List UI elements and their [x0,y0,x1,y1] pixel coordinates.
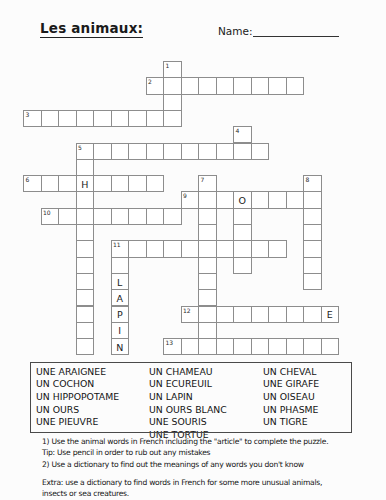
crossword-cell[interactable] [286,191,305,208]
word-bank-column: UN CHEVALUNE GIRAFEUN OISEAUUN PHASMEUN … [263,366,319,430]
instruction-line: 1) Use the animal words in French includ… [42,436,372,447]
crossword-cell[interactable]: 9 [181,191,200,208]
crossword-cell[interactable] [233,306,252,323]
crossword-cell[interactable] [181,143,200,160]
word-bank-item: UNE GIRAFE [263,378,319,391]
crossword-cell[interactable] [233,338,252,355]
clue-number: 6 [26,176,30,183]
crossword-cell[interactable] [76,273,95,290]
crossword-cell[interactable] [163,208,182,225]
crossword-cell[interactable] [111,143,130,160]
crossword-cell: O [233,191,252,208]
crossword-cell[interactable]: 6 [23,175,42,192]
crossword-cell[interactable] [233,208,252,225]
word-bank-item: UN PHASME [263,404,319,417]
crossword-cell[interactable]: 4 [233,126,252,143]
given-letter: A [112,291,129,305]
crossword-grid: 123456H789O1011LAP12EIN13 [23,61,340,356]
crossword-cell[interactable] [181,338,200,355]
crossword-cell[interactable] [198,143,217,160]
crossword-cell[interactable] [76,257,95,274]
crossword-cell[interactable] [216,191,235,208]
word-bank-item: UN OURS BLANC [149,404,227,417]
crossword-cell[interactable] [251,143,270,160]
crossword-cell[interactable] [303,257,322,274]
crossword-cell[interactable] [198,306,217,323]
word-bank-item: UN COCHON [36,378,119,391]
given-letter: N [112,340,129,354]
crossword-cell[interactable] [181,77,200,94]
crossword-cell[interactable] [41,175,60,192]
crossword-cell[interactable] [268,77,287,94]
crossword-cell[interactable]: 10 [41,208,60,225]
given-letter: I [112,324,129,338]
crossword-cell[interactable] [251,240,270,257]
crossword-cell[interactable] [198,257,217,274]
crossword-cell[interactable] [163,94,182,111]
crossword-cell[interactable] [216,240,235,257]
crossword-cell[interactable] [233,224,252,241]
given-letter: E [322,308,339,322]
crossword-cell[interactable]: 11 [111,240,130,257]
crossword-cell[interactable] [93,143,112,160]
crossword-cell[interactable] [93,175,112,192]
crossword-cell[interactable] [111,257,130,274]
crossword-cell[interactable] [268,306,287,323]
page-title: Les animaux: [40,20,143,38]
crossword-cell[interactable] [146,208,165,225]
crossword-cell[interactable] [198,338,217,355]
crossword-cell[interactable]: 8 [303,175,322,192]
clue-number: 3 [26,111,30,118]
crossword-cell[interactable] [128,175,147,192]
word-bank-column: UNE ARAIGNEEUN COCHONUN HIPPOPOTAMEUN OU… [36,366,119,430]
crossword-cell[interactable] [76,191,95,208]
crossword-cell[interactable] [198,322,217,339]
crossword-cell[interactable]: 5 [76,143,95,160]
crossword-cell: E [321,306,340,323]
name-label: Name: [218,25,253,37]
crossword-cell[interactable] [233,77,252,94]
crossword-cell[interactable] [163,77,182,94]
word-bank-item: UN ECUREUIL [149,378,227,391]
word-bank-box: UNE ARAIGNEEUN COCHONUN HIPPOPOTAMEUN OU… [30,362,352,433]
clue-number: 5 [78,144,82,151]
instruction-line: Extra: use a dictionary to find words in… [42,477,372,488]
crossword-cell[interactable] [111,175,130,192]
crossword-cell[interactable] [233,257,252,274]
instruction-line: Tip: Use pencil in order to rub out any … [42,447,372,458]
word-bank-item: UN HIPPOPOTAME [36,391,119,404]
crossword-cell[interactable] [216,306,235,323]
crossword-cell[interactable] [58,110,77,127]
clue-number: 12 [183,307,191,314]
crossword-cell[interactable] [76,322,95,339]
crossword-cell[interactable] [216,143,235,160]
crossword-cell[interactable] [181,240,200,257]
crossword-cell: L [111,273,130,290]
crossword-cell[interactable]: 1 [163,61,182,78]
name-block: Name: [218,25,339,37]
crossword-cell: P [111,306,130,323]
crossword-cell[interactable] [128,110,147,127]
word-bank-item: UNE SOURIS [149,416,227,429]
word-bank-item: UN CHEVAL [263,366,319,379]
word-bank-bottom-border [30,432,352,434]
crossword-cell[interactable] [286,338,305,355]
crossword-cell[interactable] [146,110,165,127]
crossword-cell[interactable] [268,338,287,355]
crossword-cell[interactable] [268,240,287,257]
word-bank-item: UNE ARAIGNEE [36,366,119,379]
clue-number: 4 [236,127,240,134]
crossword-cell[interactable] [216,338,235,355]
crossword-cell[interactable] [303,224,322,241]
crossword-cell[interactable] [128,143,147,160]
crossword-cell[interactable] [286,77,305,94]
crossword-cell[interactable] [93,208,112,225]
crossword-cell[interactable]: 12 [181,306,200,323]
name-blank-line[interactable] [253,26,339,37]
instruction-line: insects or sea creatures. [42,488,372,499]
crossword-cell[interactable] [303,240,322,257]
crossword-cell[interactable] [146,240,165,257]
crossword-cell[interactable] [251,77,270,94]
word-bank-item: UN TIGRE [263,416,319,429]
crossword-cell[interactable] [41,110,60,127]
clue-number: 8 [306,176,310,183]
crossword-cell[interactable] [128,240,147,257]
crossword-cell[interactable] [111,208,130,225]
clue-number: 9 [183,192,187,199]
crossword-cell: A [111,289,130,306]
crossword-cell[interactable] [251,191,270,208]
crossword-cell[interactable] [303,208,322,225]
crossword-cell: H [76,175,95,192]
word-bank-column: UN CHAMEAUUN ECUREUILUN LAPINUN OURS BLA… [149,366,227,442]
crossword-cell[interactable] [146,143,165,160]
crossword-cell[interactable] [216,77,235,94]
crossword-cell[interactable] [163,110,182,127]
word-bank-item: UN OURS [36,404,119,417]
crossword-cell[interactable] [286,306,305,323]
instruction-line: 2) Use a dictionary to find out the mean… [42,459,372,470]
crossword-cell[interactable] [76,110,95,127]
worksheet-page: { "game": "crossword", "header": { "titl… [0,0,386,500]
crossword-cell: I [111,322,130,339]
crossword-cell[interactable] [303,191,322,208]
crossword-cell[interactable] [146,175,165,192]
clue-number: 13 [166,339,174,346]
crossword-cell[interactable] [251,338,270,355]
crossword-cell[interactable] [233,143,252,160]
crossword-cell[interactable] [76,240,95,257]
crossword-cell[interactable] [303,306,322,323]
crossword-cell[interactable] [76,289,95,306]
clue-number: 7 [201,176,205,183]
word-bank-item: UN CHAMEAU [149,366,227,379]
clue-number: 11 [113,241,121,248]
word-bank-item: UN LAPIN [149,391,227,404]
crossword-cell[interactable] [58,175,77,192]
crossword-cell[interactable] [303,273,322,290]
given-letter: O [234,193,251,207]
given-letter: L [112,275,129,289]
word-bank-item: UN OISEAU [263,391,319,404]
crossword-cell[interactable] [198,77,217,94]
crossword-cell[interactable] [163,240,182,257]
crossword-cell[interactable] [58,208,77,225]
crossword-cell[interactable]: 7 [198,175,217,192]
crossword-cell: N [111,338,130,355]
crossword-cell[interactable] [321,338,340,355]
clue-number: 10 [43,209,51,216]
clue-number: 2 [148,78,152,85]
instructions: 1) Use the animal words in French includ… [42,436,372,470]
crossword-cell[interactable] [198,273,217,290]
given-letter: P [112,308,129,322]
crossword-cell[interactable] [198,240,217,257]
word-bank-item: UNE PIEUVRE [36,416,119,429]
clue-number: 1 [166,62,170,69]
crossword-cell[interactable] [251,306,270,323]
crossword-cell[interactable] [198,289,217,306]
crossword-cell[interactable] [76,159,95,176]
crossword-cell[interactable]: 2 [146,77,165,94]
instructions-extra: Extra: use a dictionary to find words in… [42,477,372,500]
given-letter: H [77,177,94,191]
crossword-cell[interactable] [198,224,217,241]
crossword-cell[interactable]: 3 [23,110,42,127]
crossword-cell[interactable] [76,208,95,225]
crossword-cell[interactable] [268,191,287,208]
crossword-cell[interactable] [111,110,130,127]
crossword-cell[interactable] [76,338,95,355]
crossword-cell[interactable]: 13 [163,338,182,355]
crossword-cell[interactable] [233,240,252,257]
crossword-cell[interactable] [303,338,322,355]
crossword-cell[interactable] [93,110,112,127]
crossword-cell[interactable] [76,224,95,241]
crossword-cell[interactable] [198,208,217,225]
crossword-cell[interactable] [198,191,217,208]
crossword-cell[interactable] [76,306,95,323]
crossword-cell[interactable] [163,143,182,160]
crossword-cell[interactable] [128,208,147,225]
